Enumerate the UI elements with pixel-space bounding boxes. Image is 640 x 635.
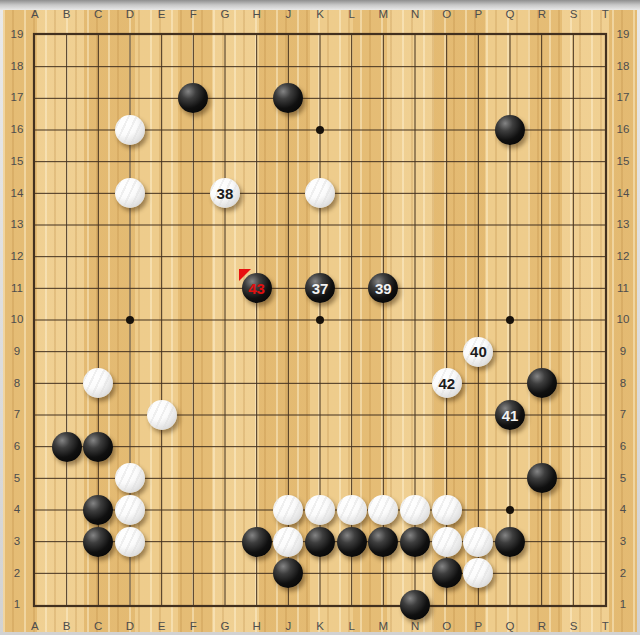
move-number-42: 42 — [438, 376, 455, 391]
black-stone-N3 — [400, 527, 430, 557]
column-label: E — [146, 620, 178, 634]
black-stone-C4 — [83, 495, 113, 525]
star-point-Q4 — [506, 506, 514, 514]
move-number-43: 43 — [248, 281, 265, 296]
black-stone-Q7: 41 — [495, 400, 525, 430]
white-stone-G14: 38 — [210, 178, 240, 208]
white-stone-O8: 42 — [432, 368, 462, 398]
star-point-D10 — [126, 316, 134, 324]
column-label: Q — [494, 620, 526, 634]
black-stone-K11: 37 — [305, 273, 335, 303]
white-stone-O3 — [432, 527, 462, 557]
black-stone-H3 — [242, 527, 272, 557]
black-stone-C6 — [83, 432, 113, 462]
white-stone-C8 — [83, 368, 113, 398]
column-labels-bottom: ABCDEFGHJKLMNOPQRST — [19, 620, 621, 634]
column-label: M — [368, 620, 400, 634]
star-point-K16 — [316, 126, 324, 134]
black-stone-R5 — [527, 463, 557, 493]
column-label: F — [177, 620, 209, 634]
move-number-38: 38 — [217, 186, 234, 201]
white-stone-K14 — [305, 178, 335, 208]
column-label: P — [463, 620, 495, 634]
black-stone-J17 — [273, 83, 303, 113]
white-stone-O4 — [432, 495, 462, 525]
white-stone-D14 — [115, 178, 145, 208]
column-label: L — [336, 620, 368, 634]
column-label: N — [399, 620, 431, 634]
column-label: O — [431, 620, 463, 634]
white-stone-J4 — [273, 495, 303, 525]
black-stone-F17 — [178, 83, 208, 113]
column-label: B — [51, 620, 83, 634]
black-stone-K3 — [305, 527, 335, 557]
black-stone-M11: 39 — [368, 273, 398, 303]
column-label: K — [304, 620, 336, 634]
white-stone-M4 — [368, 495, 398, 525]
column-label: T — [589, 620, 621, 634]
column-label: A — [19, 620, 51, 634]
black-stone-J2 — [273, 558, 303, 588]
white-stone-E7 — [147, 400, 177, 430]
white-stone-L4 — [337, 495, 367, 525]
column-label: C — [82, 620, 114, 634]
column-label: J — [272, 620, 304, 634]
black-stone-B6 — [52, 432, 82, 462]
column-label: R — [526, 620, 558, 634]
move-number-40: 40 — [470, 344, 487, 359]
black-stone-N1 — [400, 590, 430, 620]
column-label: S — [558, 620, 590, 634]
black-stone-R8 — [527, 368, 557, 398]
column-label: D — [114, 620, 146, 634]
white-stone-K4 — [305, 495, 335, 525]
white-stone-P3 — [463, 527, 493, 557]
white-stone-P2 — [463, 558, 493, 588]
white-stone-J3 — [273, 527, 303, 557]
move-number-39: 39 — [375, 281, 392, 296]
black-stone-Q3 — [495, 527, 525, 557]
black-stone-M3 — [368, 527, 398, 557]
star-point-K10 — [316, 316, 324, 324]
last-move-triangle-marker — [239, 269, 251, 281]
white-stone-D5 — [115, 463, 145, 493]
board-intersection-grid[interactable]: 38433739404241 — [19, 19, 621, 621]
black-stone-L3 — [337, 527, 367, 557]
move-number-37: 37 — [312, 281, 329, 296]
column-label: G — [209, 620, 241, 634]
white-stone-D4 — [115, 495, 145, 525]
column-label: H — [241, 620, 273, 634]
black-stone-C3 — [83, 527, 113, 557]
white-stone-D16 — [115, 115, 145, 145]
black-stone-O2 — [432, 558, 462, 588]
white-stone-P9: 40 — [463, 337, 493, 367]
move-number-41: 41 — [502, 408, 519, 423]
white-stone-D3 — [115, 527, 145, 557]
star-point-Q10 — [506, 316, 514, 324]
black-stone-H11: 43 — [242, 273, 272, 303]
black-stone-Q16 — [495, 115, 525, 145]
go-game-screenshot: ABCDEFGHJKLMNOPQRST ABCDEFGHJKLMNOPQRST … — [0, 0, 640, 635]
white-stone-N4 — [400, 495, 430, 525]
